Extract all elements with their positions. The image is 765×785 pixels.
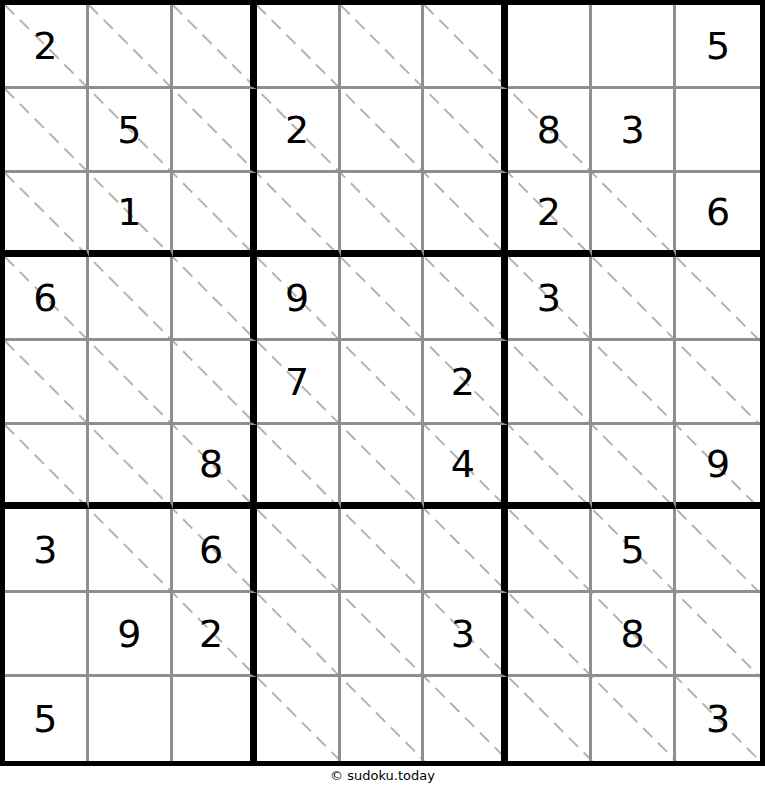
cell-r1c9[interactable]: 5	[676, 5, 760, 89]
cell-r4c7[interactable]: 3	[508, 257, 592, 341]
cell-r1c3[interactable]	[173, 5, 257, 89]
cell-r6c4[interactable]	[257, 425, 341, 509]
given-digit: 3	[537, 279, 561, 317]
cell-r5c3[interactable]	[173, 341, 257, 425]
cell-r7c5[interactable]	[341, 509, 425, 593]
cell-r7c1[interactable]: 3	[5, 509, 89, 593]
given-digit: 2	[451, 363, 475, 401]
cell-r8c5[interactable]	[341, 593, 425, 677]
cell-r6c2[interactable]	[89, 425, 173, 509]
given-digit: 3	[451, 615, 475, 653]
cell-r8c4[interactable]	[257, 593, 341, 677]
given-digit: 9	[285, 279, 309, 317]
cell-r3c6[interactable]	[424, 173, 508, 257]
cell-r5c8[interactable]	[592, 341, 676, 425]
cell-r3c5[interactable]	[341, 173, 425, 257]
given-digit: 2	[285, 111, 309, 149]
given-digit: 5	[117, 111, 141, 149]
given-digit: 5	[621, 531, 645, 569]
cell-r2c6[interactable]	[424, 89, 508, 173]
cell-r4c2[interactable]	[89, 257, 173, 341]
cell-r9c7[interactable]	[508, 677, 592, 761]
cell-r9c3[interactable]	[173, 677, 257, 761]
cell-r3c3[interactable]	[173, 173, 257, 257]
cell-r6c9[interactable]: 9	[676, 425, 760, 509]
cell-r7c9[interactable]	[676, 509, 760, 593]
cell-r8c8[interactable]: 8	[592, 593, 676, 677]
cell-r7c6[interactable]	[424, 509, 508, 593]
sudoku-board: 25528312669372849365923853	[0, 0, 765, 766]
cell-r1c4[interactable]	[257, 5, 341, 89]
cell-r5c7[interactable]	[508, 341, 592, 425]
cell-r6c1[interactable]	[5, 425, 89, 509]
cell-r7c4[interactable]	[257, 509, 341, 593]
cell-r9c4[interactable]	[257, 677, 341, 761]
given-digit: 8	[199, 445, 223, 483]
cell-r8c7[interactable]	[508, 593, 592, 677]
copyright-footer: © sudoku.today	[0, 766, 765, 785]
cell-r2c7[interactable]: 8	[508, 89, 592, 173]
cell-r9c1[interactable]: 5	[5, 677, 89, 761]
cell-r9c9[interactable]: 3	[676, 677, 760, 761]
cell-grid: 25528312669372849365923853	[5, 5, 760, 761]
cell-r8c6[interactable]: 3	[424, 593, 508, 677]
cell-r5c6[interactable]: 2	[424, 341, 508, 425]
given-digit: 8	[537, 111, 561, 149]
cell-r4c8[interactable]	[592, 257, 676, 341]
cell-r3c9[interactable]: 6	[676, 173, 760, 257]
cell-r5c9[interactable]	[676, 341, 760, 425]
cell-r4c9[interactable]	[676, 257, 760, 341]
cell-r5c5[interactable]	[341, 341, 425, 425]
cell-r5c1[interactable]	[5, 341, 89, 425]
cell-r5c4[interactable]: 7	[257, 341, 341, 425]
cell-r2c3[interactable]	[173, 89, 257, 173]
given-digit: 3	[706, 700, 730, 738]
cell-r5c2[interactable]	[89, 341, 173, 425]
given-digit: 9	[706, 445, 730, 483]
cell-r1c7[interactable]	[508, 5, 592, 89]
cell-r1c2[interactable]	[89, 5, 173, 89]
cell-r3c4[interactable]	[257, 173, 341, 257]
given-digit: 4	[451, 445, 475, 483]
cell-r3c7[interactable]: 2	[508, 173, 592, 257]
cell-r9c5[interactable]	[341, 677, 425, 761]
cell-r7c7[interactable]	[508, 509, 592, 593]
given-digit: 6	[706, 193, 730, 231]
given-digit: 5	[33, 700, 57, 738]
cell-r6c5[interactable]	[341, 425, 425, 509]
cell-r8c2[interactable]: 9	[89, 593, 173, 677]
cell-r1c6[interactable]	[424, 5, 508, 89]
cell-r6c3[interactable]: 8	[173, 425, 257, 509]
cell-r7c3[interactable]: 6	[173, 509, 257, 593]
cell-r6c7[interactable]	[508, 425, 592, 509]
cell-r9c6[interactable]	[424, 677, 508, 761]
given-digit: 8	[621, 615, 645, 653]
cell-r4c1[interactable]: 6	[5, 257, 89, 341]
given-digit: 2	[537, 193, 561, 231]
cell-r6c8[interactable]	[592, 425, 676, 509]
cell-r2c8[interactable]: 3	[592, 89, 676, 173]
cell-r4c4[interactable]: 9	[257, 257, 341, 341]
cell-r3c1[interactable]	[5, 173, 89, 257]
cell-r1c1[interactable]: 2	[5, 5, 89, 89]
cell-r8c1[interactable]	[5, 593, 89, 677]
cell-r3c8[interactable]	[592, 173, 676, 257]
given-digit: 1	[117, 193, 141, 231]
given-digit: 5	[706, 27, 730, 65]
cell-r9c8[interactable]	[592, 677, 676, 761]
cell-r2c1[interactable]	[5, 89, 89, 173]
cell-r8c9[interactable]	[676, 593, 760, 677]
given-digit: 6	[33, 279, 57, 317]
given-digit: 3	[33, 531, 57, 569]
given-digit: 6	[199, 531, 223, 569]
cell-r2c4[interactable]: 2	[257, 89, 341, 173]
cell-r1c8[interactable]	[592, 5, 676, 89]
cell-r4c6[interactable]	[424, 257, 508, 341]
cell-r3c2[interactable]: 1	[89, 173, 173, 257]
cell-r2c9[interactable]	[676, 89, 760, 173]
given-digit: 2	[199, 615, 223, 653]
given-digit: 9	[117, 615, 141, 653]
cell-r7c2[interactable]	[89, 509, 173, 593]
copyright-text: © sudoku.today	[330, 768, 435, 783]
cell-r2c5[interactable]	[341, 89, 425, 173]
cell-r1c5[interactable]	[341, 5, 425, 89]
cell-r9c2[interactable]	[89, 677, 173, 761]
sudoku-page: 25528312669372849365923853 © sudoku.toda…	[0, 0, 765, 785]
cell-r2c2[interactable]: 5	[89, 89, 173, 173]
cell-r7c8[interactable]: 5	[592, 509, 676, 593]
given-digit: 3	[621, 111, 645, 149]
given-digit: 2	[33, 27, 57, 65]
cell-r6c6[interactable]: 4	[424, 425, 508, 509]
cell-r8c3[interactable]: 2	[173, 593, 257, 677]
given-digit: 7	[285, 363, 309, 401]
cell-r4c5[interactable]	[341, 257, 425, 341]
cell-r4c3[interactable]	[173, 257, 257, 341]
